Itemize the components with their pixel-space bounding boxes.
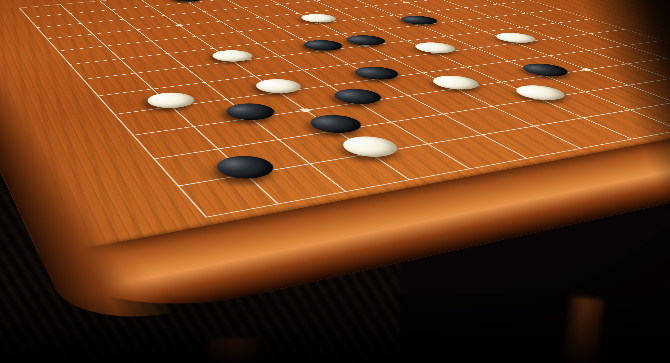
white-stone[interactable] [408,41,463,55]
board-intersection [163,0,215,9]
white-stone[interactable] [295,13,342,24]
board-intersection [504,65,585,86]
photo-frame [0,0,670,363]
table-leg-left [208,338,260,363]
board-intersection [496,87,583,112]
board-intersection [210,105,292,133]
black-stone[interactable] [326,87,390,107]
board-intersection [133,94,209,120]
white-stone[interactable] [206,49,259,64]
board-intersection [399,44,470,62]
black-stone[interactable] [514,62,577,78]
board-intersection [240,81,317,105]
board-intersection [338,68,414,90]
black-stone[interactable] [168,0,209,3]
black-stone[interactable] [219,101,283,122]
board-intersection [480,35,551,52]
black-stone[interactable] [208,153,282,182]
board-intersection [199,52,267,71]
white-stone[interactable] [142,90,201,110]
black-stone[interactable] [347,65,406,82]
board-intersection [317,90,399,116]
go-table [0,0,670,334]
black-stone[interactable] [302,113,371,136]
board-intersection [415,77,496,100]
white-stone[interactable] [424,74,487,92]
board-intersection [387,18,451,33]
white-stone[interactable] [488,31,543,44]
white-stone[interactable] [507,83,575,102]
white-stone[interactable] [249,77,309,95]
